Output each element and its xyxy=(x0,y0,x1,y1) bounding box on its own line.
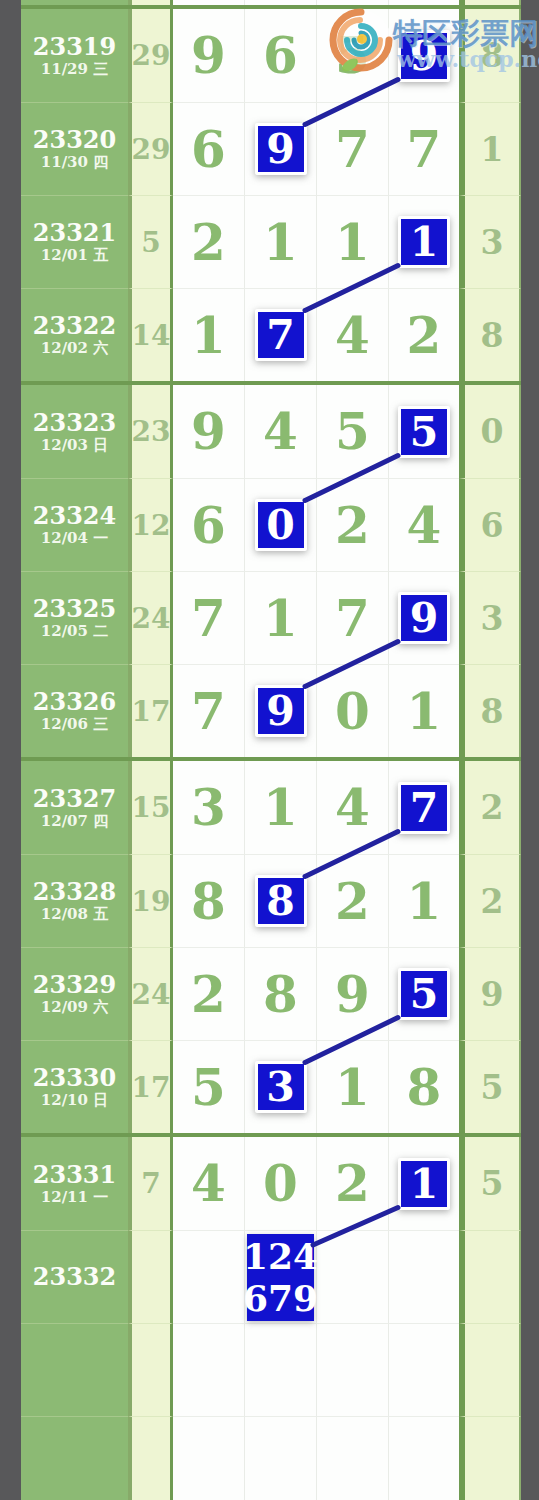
partial-cell xyxy=(21,0,128,5)
highlighted-number: 5 xyxy=(398,968,450,1020)
digit-cell: 5 xyxy=(316,9,388,102)
extra-cell: 2 xyxy=(459,854,521,947)
digit-cell: 5 xyxy=(388,385,459,478)
period-number: 23323 xyxy=(33,410,117,436)
digit-cell: 2 xyxy=(316,1137,388,1230)
extra-value: 6 xyxy=(481,506,504,545)
highlighted-number: 7 xyxy=(398,782,450,834)
digit-cell: 7 xyxy=(388,102,459,195)
period-number: 23331 xyxy=(33,1162,117,1188)
sum-cell: 23 xyxy=(128,385,173,478)
period-number: 23328 xyxy=(33,879,117,905)
draw-date: 11/29 三 xyxy=(41,60,108,78)
digit-cell: 1 xyxy=(388,664,459,757)
digit-cell: 7 xyxy=(316,571,388,664)
extra-value: 3 xyxy=(481,223,504,262)
partial-cell xyxy=(128,0,173,5)
digit-value: 9 xyxy=(191,402,226,461)
draw-date: 12/02 六 xyxy=(41,339,108,357)
period-cell: 2332212/02 六 xyxy=(21,288,128,381)
digit-cell: 2 xyxy=(173,195,244,288)
digit-value: 2 xyxy=(407,306,442,365)
period-cell: 23332 xyxy=(21,1230,128,1323)
digit-value: 3 xyxy=(191,778,226,837)
digit-cell: 1 xyxy=(388,195,459,288)
partial-cell xyxy=(459,0,521,5)
sum-cell: 19 xyxy=(128,854,173,947)
digit-cell: 9 xyxy=(388,571,459,664)
sum-cell: 17 xyxy=(128,1040,173,1133)
digit-value: 1 xyxy=(263,213,298,272)
sum-cell: 17 xyxy=(128,664,173,757)
table-row: 2332512/05 二2471793 xyxy=(21,571,521,664)
digit-cell: 0 xyxy=(244,478,316,571)
extra-cell xyxy=(459,1230,521,1323)
sum-value: 23 xyxy=(132,415,171,448)
digit-value: 7 xyxy=(407,120,442,179)
digit-cell: 2 xyxy=(316,854,388,947)
highlighted-number: 0 xyxy=(255,499,307,551)
extra-value: 5 xyxy=(481,1068,504,1107)
draw-date: 12/08 五 xyxy=(41,905,108,923)
digit-cell: 4 xyxy=(388,478,459,571)
highlighted-number: 3 xyxy=(255,1061,307,1113)
digit-cell: 5 xyxy=(316,385,388,478)
digit-cell: 124679 xyxy=(244,1230,316,1323)
partial-row xyxy=(21,0,521,5)
table-row: 2332912/09 六2428959 xyxy=(21,947,521,1040)
digit-value: 7 xyxy=(335,589,370,648)
digit-cell: 9 xyxy=(244,664,316,757)
period-number: 23332 xyxy=(33,1264,117,1290)
digit-cell: 9 xyxy=(173,385,244,478)
sum-cell: 12 xyxy=(128,478,173,571)
digit-cell: 9 xyxy=(244,102,316,195)
extra-cell: 3 xyxy=(459,571,521,664)
draw-date: 11/30 四 xyxy=(41,153,108,171)
digit-cell: 2 xyxy=(173,947,244,1040)
digit-cell xyxy=(244,1416,316,1500)
digit-cell: 1 xyxy=(316,195,388,288)
extra-cell: 0 xyxy=(459,385,521,478)
draw-date: 12/06 三 xyxy=(41,715,108,733)
digit-value: 6 xyxy=(191,120,226,179)
table-row: 2332212/02 六1417428 xyxy=(21,288,521,381)
digit-cell xyxy=(244,1323,316,1416)
digit-value: 1 xyxy=(335,213,370,272)
digit-value: 7 xyxy=(335,120,370,179)
digit-cell xyxy=(316,1323,388,1416)
digit-value: 7 xyxy=(191,589,226,648)
digit-cell xyxy=(173,1230,244,1323)
digit-value: 8 xyxy=(191,872,226,931)
digit-value: 2 xyxy=(191,965,226,1024)
digit-value: 8 xyxy=(407,1058,442,1117)
extra-cell: 3 xyxy=(459,195,521,288)
extra-cell: 8 xyxy=(459,664,521,757)
highlighted-number: 1 xyxy=(398,216,450,268)
digit-cell: 2 xyxy=(316,478,388,571)
period-number: 23324 xyxy=(33,503,117,529)
digit-value: 9 xyxy=(335,965,370,1024)
digit-value: 5 xyxy=(335,402,370,461)
digit-cell xyxy=(173,1416,244,1500)
extra-cell xyxy=(459,1323,521,1416)
digit-value: 0 xyxy=(335,682,370,741)
period-cell: 2333012/10 日 xyxy=(21,1040,128,1133)
sum-value: 29 xyxy=(132,133,171,166)
digit-cell: 7 xyxy=(388,761,459,854)
period-number: 23330 xyxy=(33,1065,117,1091)
sum-value: 17 xyxy=(132,1071,171,1104)
period-cell: 2332312/03 日 xyxy=(21,385,128,478)
trend-table: 2331911/29 三29965982332011/30 四296977123… xyxy=(21,0,521,1500)
highlighted-number-line: 679 xyxy=(243,1277,318,1319)
sum-value: 19 xyxy=(132,885,171,918)
digit-cell: 8 xyxy=(388,1040,459,1133)
digit-value: 5 xyxy=(191,1058,226,1117)
digit-cell: 5 xyxy=(388,947,459,1040)
digit-cell: 8 xyxy=(244,854,316,947)
highlighted-number: 9 xyxy=(398,592,450,644)
highlighted-number: 5 xyxy=(398,406,450,458)
table-row: 2332712/07 四1531472 xyxy=(21,761,521,854)
sum-cell: 24 xyxy=(128,571,173,664)
sum-cell: 14 xyxy=(128,288,173,381)
digit-cell xyxy=(316,1416,388,1500)
digit-cell: 9 xyxy=(316,947,388,1040)
draw-date: 12/10 日 xyxy=(41,1091,108,1109)
digit-cell xyxy=(388,1230,459,1323)
sum-cell xyxy=(128,1230,173,1323)
digit-value: 4 xyxy=(335,306,370,365)
extra-value: 1 xyxy=(481,130,504,169)
draw-date: 12/05 二 xyxy=(41,622,108,640)
draw-date: 12/09 六 xyxy=(41,998,108,1016)
period-cell xyxy=(21,1323,128,1416)
table-row: 2332412/04 一1260246 xyxy=(21,478,521,571)
digit-value: 4 xyxy=(335,778,370,837)
digit-cell xyxy=(173,1323,244,1416)
extra-cell xyxy=(459,1416,521,1500)
sum-cell: 29 xyxy=(128,9,173,102)
digit-cell: 3 xyxy=(173,761,244,854)
sum-value: 24 xyxy=(132,978,171,1011)
table-row: 2333112/11 一740215 xyxy=(21,1137,521,1230)
extra-cell: 5 xyxy=(459,1137,521,1230)
draw-date: 12/01 五 xyxy=(41,246,108,264)
partial-cell xyxy=(173,0,244,5)
period-number: 23325 xyxy=(33,596,117,622)
digit-value: 2 xyxy=(191,213,226,272)
digit-value: 9 xyxy=(191,26,226,85)
digit-cell: 1 xyxy=(316,1040,388,1133)
period-cell: 2332512/05 二 xyxy=(21,571,128,664)
period-cell: 2332412/04 一 xyxy=(21,478,128,571)
digit-cell: 7 xyxy=(173,664,244,757)
digit-cell: 4 xyxy=(173,1137,244,1230)
digit-value: 1 xyxy=(263,778,298,837)
highlighted-number: 7 xyxy=(255,309,307,361)
draw-date: 12/07 四 xyxy=(41,812,108,830)
period-number: 23321 xyxy=(33,220,117,246)
period-cell: 2332712/07 四 xyxy=(21,761,128,854)
period-cell: 2332612/06 三 xyxy=(21,664,128,757)
sum-cell: 24 xyxy=(128,947,173,1040)
digit-value: 2 xyxy=(335,496,370,555)
digit-cell xyxy=(388,1323,459,1416)
period-cell: 2332812/08 五 xyxy=(21,854,128,947)
digit-cell: 1 xyxy=(388,1137,459,1230)
digit-cell: 4 xyxy=(316,288,388,381)
extra-value: 0 xyxy=(481,412,504,451)
digit-value: 6 xyxy=(263,26,298,85)
digit-cell: 2 xyxy=(388,288,459,381)
highlighted-number: 8 xyxy=(255,875,307,927)
digit-cell: 7 xyxy=(173,571,244,664)
period-number: 23319 xyxy=(33,34,117,60)
digit-cell: 9 xyxy=(173,9,244,102)
sum-value: 5 xyxy=(141,226,160,259)
table-row: 2332011/30 四2969771 xyxy=(21,102,521,195)
highlighted-number: 9 xyxy=(255,685,307,737)
sum-value: 7 xyxy=(141,1167,160,1200)
highlighted-number: 124679 xyxy=(247,1234,314,1321)
partial-cell xyxy=(244,0,316,5)
digit-cell: 6 xyxy=(173,478,244,571)
sum-value: 14 xyxy=(132,319,171,352)
period-number: 23327 xyxy=(33,786,117,812)
extra-value: 2 xyxy=(481,882,504,921)
digit-cell xyxy=(316,1230,388,1323)
table-row: 23332124679 xyxy=(21,1230,521,1323)
extra-value: 8 xyxy=(481,36,504,75)
table-row: 2332312/03 日2394550 xyxy=(21,385,521,478)
period-cell: 2332912/09 六 xyxy=(21,947,128,1040)
digit-value: 7 xyxy=(191,682,226,741)
sum-cell: 15 xyxy=(128,761,173,854)
table-row: 2331911/29 三2996598 xyxy=(21,9,521,102)
sum-cell: 7 xyxy=(128,1137,173,1230)
digit-value: 4 xyxy=(263,402,298,461)
digit-cell: 9 xyxy=(388,9,459,102)
digit-value: 2 xyxy=(335,872,370,931)
table-row xyxy=(21,1416,521,1500)
period-cell: 2333112/11 一 xyxy=(21,1137,128,1230)
period-cell xyxy=(21,1416,128,1500)
sum-cell: 5 xyxy=(128,195,173,288)
digit-cell: 7 xyxy=(244,288,316,381)
period-number: 23329 xyxy=(33,972,117,998)
extra-value: 9 xyxy=(481,975,504,1014)
digit-cell xyxy=(388,1416,459,1500)
sum-value: 15 xyxy=(132,791,171,824)
highlighted-number-line: 124 xyxy=(243,1235,318,1277)
lottery-trend-chart: 2331911/29 三29965982332011/30 四296977123… xyxy=(0,0,539,1500)
digit-cell: 4 xyxy=(316,761,388,854)
sum-cell xyxy=(128,1323,173,1416)
digit-cell: 1 xyxy=(173,288,244,381)
highlighted-number: 9 xyxy=(398,30,450,82)
extra-cell: 8 xyxy=(459,9,521,102)
digit-cell: 5 xyxy=(173,1040,244,1133)
extra-value: 2 xyxy=(481,788,504,827)
digit-cell: 0 xyxy=(316,664,388,757)
period-number: 23326 xyxy=(33,689,117,715)
extra-cell: 9 xyxy=(459,947,521,1040)
digit-cell: 3 xyxy=(244,1040,316,1133)
table-row xyxy=(21,1323,521,1416)
extra-value: 5 xyxy=(481,1164,504,1203)
highlighted-number: 1 xyxy=(398,1158,450,1210)
partial-cell xyxy=(316,0,388,5)
digit-value: 1 xyxy=(191,306,226,365)
sum-cell: 29 xyxy=(128,102,173,195)
digit-cell: 4 xyxy=(244,385,316,478)
digit-value: 1 xyxy=(407,682,442,741)
period-cell: 2332011/30 四 xyxy=(21,102,128,195)
digit-value: 1 xyxy=(263,589,298,648)
digit-value: 4 xyxy=(407,496,442,555)
digit-value: 8 xyxy=(263,965,298,1024)
digit-value: 0 xyxy=(263,1154,298,1213)
digit-cell: 8 xyxy=(173,854,244,947)
extra-value: 8 xyxy=(481,692,504,731)
digit-cell: 8 xyxy=(244,947,316,1040)
digit-value: 2 xyxy=(335,1154,370,1213)
extra-cell: 8 xyxy=(459,288,521,381)
digit-value: 4 xyxy=(191,1154,226,1213)
table-row: 2332812/08 五1988212 xyxy=(21,854,521,947)
digit-cell: 1 xyxy=(244,571,316,664)
digit-cell: 6 xyxy=(173,102,244,195)
extra-value: 8 xyxy=(481,316,504,355)
table-row: 2332612/06 三1779018 xyxy=(21,664,521,757)
draw-date: 12/03 日 xyxy=(41,436,108,454)
digit-cell: 1 xyxy=(244,761,316,854)
digit-value: 1 xyxy=(407,872,442,931)
extra-cell: 1 xyxy=(459,102,521,195)
digit-value: 5 xyxy=(335,26,370,85)
digit-cell: 6 xyxy=(244,9,316,102)
draw-date: 12/11 一 xyxy=(41,1188,108,1206)
extra-value: 3 xyxy=(481,599,504,638)
digit-value: 6 xyxy=(191,496,226,555)
digit-value: 1 xyxy=(335,1058,370,1117)
digit-cell: 1 xyxy=(244,195,316,288)
sum-value: 12 xyxy=(132,509,171,542)
highlighted-number: 9 xyxy=(255,123,307,175)
extra-cell: 6 xyxy=(459,478,521,571)
draw-date: 12/04 一 xyxy=(41,529,108,547)
extra-cell: 5 xyxy=(459,1040,521,1133)
sum-value: 24 xyxy=(132,602,171,635)
table-row: 2333012/10 日1753185 xyxy=(21,1040,521,1133)
period-number: 23320 xyxy=(33,127,117,153)
period-number: 23322 xyxy=(33,313,117,339)
period-cell: 2332112/01 五 xyxy=(21,195,128,288)
sum-cell xyxy=(128,1416,173,1500)
table-row: 2332112/01 五521113 xyxy=(21,195,521,288)
sum-value: 17 xyxy=(132,695,171,728)
digit-cell: 7 xyxy=(316,102,388,195)
digit-cell: 1 xyxy=(388,854,459,947)
digit-cell: 0 xyxy=(244,1137,316,1230)
partial-cell xyxy=(388,0,459,5)
sum-value: 29 xyxy=(132,39,171,72)
extra-cell: 2 xyxy=(459,761,521,854)
period-cell: 2331911/29 三 xyxy=(21,9,128,102)
